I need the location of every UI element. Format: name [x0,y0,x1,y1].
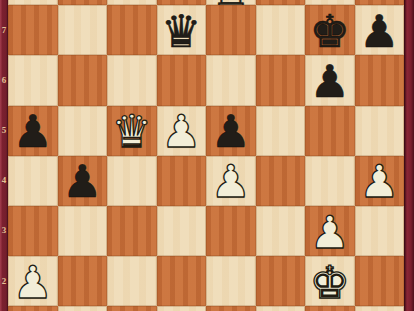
square-a4[interactable] [8,156,58,206]
piece-white-pawn-a2[interactable]: ♟ [13,260,53,305]
square-d7[interactable]: ♛ [157,5,207,55]
piece-black-queen-d7[interactable]: ♛ [161,9,201,54]
square-h1[interactable] [355,306,405,311]
square-b7[interactable] [58,5,108,55]
square-g2[interactable]: ♚ [305,256,355,306]
square-c6[interactable] [107,55,157,105]
square-b6[interactable] [58,55,108,105]
square-f3[interactable] [256,206,306,256]
square-e6[interactable] [206,55,256,105]
square-d1[interactable] [157,306,207,311]
square-f4[interactable] [256,156,306,206]
square-b3[interactable] [58,206,108,256]
square-g3[interactable]: ♟ [305,206,355,256]
piece-black-pawn-g6[interactable]: ♟ [310,59,350,104]
rank-label-5: 5 [0,105,8,155]
square-b4[interactable]: ♟ [58,156,108,206]
piece-black-pawn-a5[interactable]: ♟ [13,109,53,154]
rank-label-4: 4 [0,156,8,206]
square-f2[interactable] [256,256,306,306]
piece-white-pawn-e4[interactable]: ♟ [211,159,251,204]
square-g4[interactable] [305,156,355,206]
square-c3[interactable] [107,206,157,256]
piece-white-queen-c5[interactable]: ♛ [112,109,152,154]
square-a3[interactable] [8,206,58,256]
piece-black-pawn-h7[interactable]: ♟ [359,9,399,54]
square-e4[interactable]: ♟ [206,156,256,206]
square-c2[interactable] [107,256,157,306]
square-a6[interactable] [8,55,58,105]
piece-black-pawn-b4[interactable]: ♟ [62,159,102,204]
piece-white-pawn-h4[interactable]: ♟ [359,159,399,204]
piece-black-pawn-e5[interactable]: ♟ [211,109,251,154]
rank-label-7: 7 [0,5,8,55]
square-h5[interactable] [355,106,405,156]
square-e3[interactable] [206,206,256,256]
square-a7[interactable] [8,5,58,55]
square-f1[interactable] [256,306,306,311]
square-h3[interactable] [355,206,405,256]
square-b1[interactable] [58,306,108,311]
square-e7[interactable] [206,5,256,55]
square-h4[interactable]: ♟ [355,156,405,206]
board-frame-right [404,0,414,311]
board-frame-left: 765432 [0,0,8,311]
square-d6[interactable] [157,55,207,105]
square-g6[interactable]: ♟ [305,55,355,105]
piece-white-pawn-d5[interactable]: ♟ [161,109,201,154]
square-e2[interactable] [206,256,256,306]
piece-black-king-g7[interactable]: ♚ [310,9,350,54]
chess-board: ♜♛♚♟♟♟♛♟♟♟♟♟♟♟♚ [8,0,404,311]
square-c1[interactable] [107,306,157,311]
square-c5[interactable]: ♛ [107,106,157,156]
square-a2[interactable]: ♟ [8,256,58,306]
square-b5[interactable] [58,106,108,156]
square-h2[interactable] [355,256,405,306]
square-g7[interactable]: ♚ [305,5,355,55]
piece-white-king-g2[interactable]: ♚ [310,260,350,305]
rank-label-2: 2 [0,256,8,306]
piece-white-pawn-g3[interactable]: ♟ [310,210,350,255]
square-f7[interactable] [256,5,306,55]
square-f5[interactable] [256,106,306,156]
square-h7[interactable]: ♟ [355,5,405,55]
square-h6[interactable] [355,55,405,105]
square-a1[interactable] [8,306,58,311]
square-b2[interactable] [58,256,108,306]
square-a5[interactable]: ♟ [8,106,58,156]
square-d2[interactable] [157,256,207,306]
square-d3[interactable] [157,206,207,256]
chess-board-diagram: ♜♛♚♟♟♟♛♟♟♟♟♟♟♟♚ 765432 [0,0,414,311]
square-e1[interactable] [206,306,256,311]
square-g5[interactable] [305,106,355,156]
square-g1[interactable] [305,306,355,311]
square-c4[interactable] [107,156,157,206]
square-e5[interactable]: ♟ [206,106,256,156]
square-d5[interactable]: ♟ [157,106,207,156]
rank-label-6: 6 [0,55,8,105]
square-f6[interactable] [256,55,306,105]
square-d4[interactable] [157,156,207,206]
rank-label-3: 3 [0,206,8,256]
square-c7[interactable] [107,5,157,55]
